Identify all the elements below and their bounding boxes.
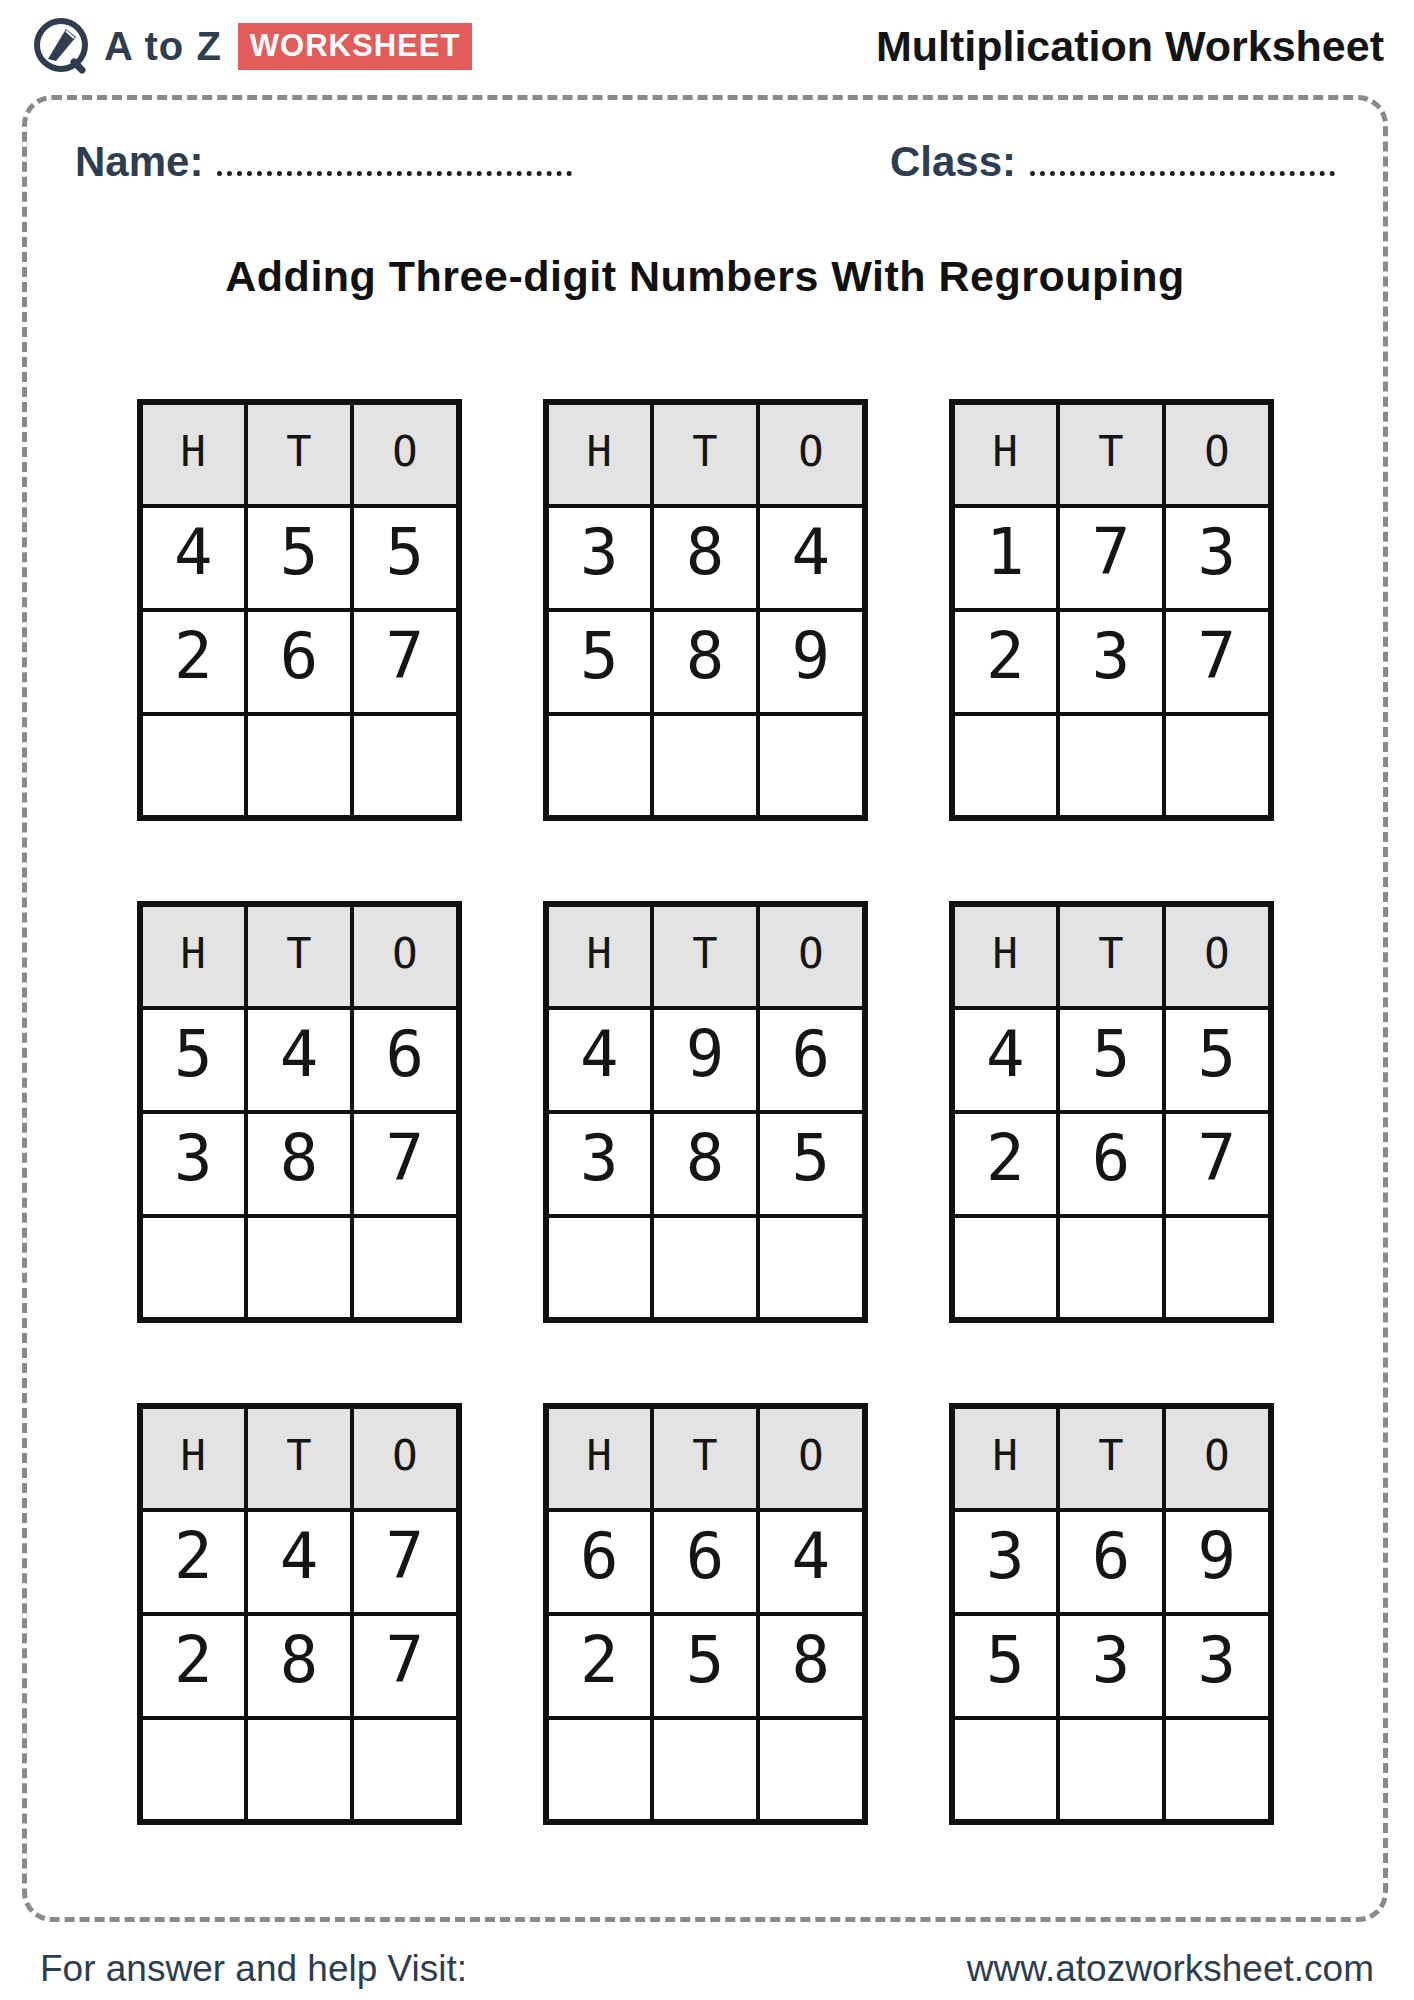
digit-cell: 8 xyxy=(246,1112,352,1216)
addend2-row: 2 5 8 xyxy=(546,1614,865,1718)
digit-cell: 7 xyxy=(352,1614,458,1718)
pen-logo-icon xyxy=(30,15,92,77)
answer-cell[interactable] xyxy=(246,1718,352,1822)
answer-row xyxy=(140,1718,459,1822)
digit-cell: 6 xyxy=(652,1510,758,1614)
digit-cell: 2 xyxy=(952,1112,1058,1216)
answer-cell[interactable] xyxy=(952,1216,1058,1320)
digit-cell: 3 xyxy=(546,1112,652,1216)
digit-cell: 5 xyxy=(352,506,458,610)
header-row: H T O xyxy=(140,1406,459,1510)
hto-addition-table: H T O 6 6 4 2 5 8 xyxy=(543,1403,868,1825)
class-field: Class: xyxy=(890,138,1335,186)
addend2-row: 2 6 7 xyxy=(952,1112,1271,1216)
answer-cell[interactable] xyxy=(140,1216,246,1320)
digit-cell: 7 xyxy=(1164,610,1270,714)
addend1-row: 1 7 3 xyxy=(952,506,1271,610)
addend1-row: 4 5 5 xyxy=(140,506,459,610)
logo-badge: WORKSHEET xyxy=(238,23,473,70)
header-cell-hundreds: H xyxy=(952,904,1058,1008)
digit-cell: 2 xyxy=(140,1614,246,1718)
answer-row xyxy=(546,714,865,818)
digit-cell: 6 xyxy=(1058,1510,1164,1614)
header-cell-hundreds: H xyxy=(546,1406,652,1510)
digit-cell: 3 xyxy=(1058,1614,1164,1718)
digit-cell: 1 xyxy=(952,506,1058,610)
answer-cell[interactable] xyxy=(352,1216,458,1320)
header-cell-tens: T xyxy=(246,402,352,506)
digit-cell: 7 xyxy=(1058,506,1164,610)
class-label: Class: xyxy=(890,138,1016,186)
header-cell-hundreds: H xyxy=(546,904,652,1008)
header-row: H T O xyxy=(546,1406,865,1510)
hto-addition-table: H T O 4 9 6 3 8 5 xyxy=(543,901,868,1323)
header-cell-tens: T xyxy=(652,904,758,1008)
page-title: Multiplication Worksheet xyxy=(876,22,1384,71)
header-cell-ones: O xyxy=(758,904,864,1008)
footer-url[interactable]: www.atozworksheet.com xyxy=(967,1948,1374,1990)
header-cell-hundreds: H xyxy=(952,1406,1058,1510)
digit-cell: 4 xyxy=(246,1008,352,1112)
header-cell-hundreds: H xyxy=(952,402,1058,506)
header-cell-tens: T xyxy=(246,904,352,1008)
digit-cell: 8 xyxy=(652,506,758,610)
hto-addition-table: H T O 1 7 3 2 3 7 xyxy=(949,399,1274,821)
hto-addition-table: H T O 5 4 6 3 8 7 xyxy=(137,901,462,1323)
header-cell-tens: T xyxy=(1058,1406,1164,1510)
name-fill-line[interactable] xyxy=(217,142,572,176)
digit-cell: 2 xyxy=(952,610,1058,714)
hto-addition-table: H T O 2 4 7 2 8 7 xyxy=(137,1403,462,1825)
digit-cell: 3 xyxy=(546,506,652,610)
digit-cell: 5 xyxy=(1164,1008,1270,1112)
addend2-row: 2 3 7 xyxy=(952,610,1271,714)
answer-cell[interactable] xyxy=(952,1718,1058,1822)
digit-cell: 6 xyxy=(352,1008,458,1112)
digit-cell: 5 xyxy=(1058,1008,1164,1112)
digit-cell: 4 xyxy=(246,1510,352,1614)
addend1-row: 2 4 7 xyxy=(140,1510,459,1614)
digit-cell: 3 xyxy=(1164,1614,1270,1718)
answer-cell[interactable] xyxy=(1164,1216,1270,1320)
digit-cell: 7 xyxy=(352,610,458,714)
header-row: H T O xyxy=(952,402,1271,506)
worksheet-title: Adding Three-digit Numbers With Regroupi… xyxy=(27,252,1383,301)
answer-cell[interactable] xyxy=(652,714,758,818)
header-cell-ones: O xyxy=(352,904,458,1008)
atoz-logo: A to Z WORKSHEET xyxy=(30,15,472,77)
problems-grid: H T O 4 5 5 2 6 7 xyxy=(27,399,1383,1825)
answer-cell[interactable] xyxy=(246,1216,352,1320)
answer-cell[interactable] xyxy=(352,714,458,818)
footer: For answer and help Visit: www.atozworks… xyxy=(40,1948,1374,1990)
addend2-row: 2 6 7 xyxy=(140,610,459,714)
header-row: H T O xyxy=(952,1406,1271,1510)
digit-cell: 4 xyxy=(546,1008,652,1112)
digit-cell: 7 xyxy=(1164,1112,1270,1216)
digit-cell: 4 xyxy=(140,506,246,610)
answer-cell[interactable] xyxy=(1058,1718,1164,1822)
header-cell-hundreds: H xyxy=(546,402,652,506)
digit-cell: 8 xyxy=(652,610,758,714)
digit-cell: 9 xyxy=(1164,1510,1270,1614)
class-fill-line[interactable] xyxy=(1030,142,1335,176)
hto-addition-table: H T O 3 6 9 5 3 3 xyxy=(949,1403,1274,1825)
digit-cell: 3 xyxy=(140,1112,246,1216)
addend1-row: 6 6 4 xyxy=(546,1510,865,1614)
header-cell-ones: O xyxy=(1164,1406,1270,1510)
header-row: H T O xyxy=(952,904,1271,1008)
logo-text: A to Z xyxy=(104,24,222,69)
digit-cell: 3 xyxy=(952,1510,1058,1614)
digit-cell: 7 xyxy=(352,1510,458,1614)
header-cell-ones: O xyxy=(1164,402,1270,506)
digit-cell: 2 xyxy=(546,1614,652,1718)
answer-cell[interactable] xyxy=(758,714,864,818)
digit-cell: 2 xyxy=(140,1510,246,1614)
header-row: H T O xyxy=(546,904,865,1008)
header-cell-tens: T xyxy=(652,1406,758,1510)
hto-addition-table: H T O 4 5 5 2 6 7 xyxy=(949,901,1274,1323)
digit-cell: 6 xyxy=(246,610,352,714)
answer-cell[interactable] xyxy=(758,1216,864,1320)
digit-cell: 8 xyxy=(758,1614,864,1718)
digit-cell: 5 xyxy=(246,506,352,610)
answer-cell[interactable] xyxy=(1164,714,1270,818)
answer-cell[interactable] xyxy=(352,1718,458,1822)
addend1-row: 4 5 5 xyxy=(952,1008,1271,1112)
name-field: Name: xyxy=(75,138,572,186)
answer-cell[interactable] xyxy=(1058,714,1164,818)
answer-row xyxy=(952,1718,1271,1822)
digit-cell: 4 xyxy=(758,506,864,610)
digit-cell: 2 xyxy=(140,610,246,714)
answer-cell[interactable] xyxy=(140,1718,246,1822)
digit-cell: 5 xyxy=(140,1008,246,1112)
digit-cell: 8 xyxy=(652,1112,758,1216)
addend2-row: 5 8 9 xyxy=(546,610,865,714)
digit-cell: 6 xyxy=(758,1008,864,1112)
answer-cell[interactable] xyxy=(546,714,652,818)
addend1-row: 3 6 9 xyxy=(952,1510,1271,1614)
addend2-row: 3 8 7 xyxy=(140,1112,459,1216)
answer-row xyxy=(546,1718,865,1822)
header-row: H T O xyxy=(140,904,459,1008)
worksheet-sheet: Name: Class: Adding Three-digit Numbers … xyxy=(22,95,1388,1922)
header-row: H T O xyxy=(546,402,865,506)
digit-cell: 6 xyxy=(1058,1112,1164,1216)
addend2-row: 3 8 5 xyxy=(546,1112,865,1216)
addend1-row: 3 8 4 xyxy=(546,506,865,610)
answer-row xyxy=(546,1216,865,1320)
header-cell-ones: O xyxy=(758,402,864,506)
digit-cell: 4 xyxy=(952,1008,1058,1112)
answer-cell[interactable] xyxy=(652,1718,758,1822)
hto-addition-table: H T O 3 8 4 5 8 9 xyxy=(543,399,868,821)
addend1-row: 4 9 6 xyxy=(546,1008,865,1112)
header-cell-hundreds: H xyxy=(140,402,246,506)
header-cell-tens: T xyxy=(1058,402,1164,506)
digit-cell: 5 xyxy=(952,1614,1058,1718)
header-cell-tens: T xyxy=(652,402,758,506)
header-cell-ones: O xyxy=(352,1406,458,1510)
header-cell-ones: O xyxy=(758,1406,864,1510)
answer-cell[interactable] xyxy=(546,1216,652,1320)
digit-cell: 5 xyxy=(758,1112,864,1216)
answer-cell[interactable] xyxy=(1058,1216,1164,1320)
digit-cell: 7 xyxy=(352,1112,458,1216)
answer-cell[interactable] xyxy=(140,714,246,818)
answer-cell[interactable] xyxy=(546,1718,652,1822)
answer-cell[interactable] xyxy=(246,714,352,818)
name-class-row: Name: Class: xyxy=(27,100,1383,186)
header-cell-hundreds: H xyxy=(140,1406,246,1510)
digit-cell: 6 xyxy=(546,1510,652,1614)
answer-cell[interactable] xyxy=(758,1718,864,1822)
digit-cell: 5 xyxy=(546,610,652,714)
digit-cell: 5 xyxy=(652,1614,758,1718)
top-bar: A to Z WORKSHEET Multiplication Workshee… xyxy=(30,10,1384,82)
header-cell-ones: O xyxy=(1164,904,1270,1008)
digit-cell: 4 xyxy=(758,1510,864,1614)
answer-cell[interactable] xyxy=(1164,1718,1270,1822)
header-row: H T O xyxy=(140,402,459,506)
header-cell-tens: T xyxy=(246,1406,352,1510)
digit-cell: 9 xyxy=(652,1008,758,1112)
digit-cell: 8 xyxy=(246,1614,352,1718)
header-cell-tens: T xyxy=(1058,904,1164,1008)
digit-cell: 3 xyxy=(1164,506,1270,610)
digit-cell: 9 xyxy=(758,610,864,714)
name-label: Name: xyxy=(75,138,203,186)
addend1-row: 5 4 6 xyxy=(140,1008,459,1112)
addend2-row: 5 3 3 xyxy=(952,1614,1271,1718)
answer-cell[interactable] xyxy=(952,714,1058,818)
header-cell-hundreds: H xyxy=(140,904,246,1008)
footer-help-text: For answer and help Visit: xyxy=(40,1948,467,1990)
answer-cell[interactable] xyxy=(652,1216,758,1320)
answer-row xyxy=(140,714,459,818)
answer-row xyxy=(952,714,1271,818)
answer-row xyxy=(140,1216,459,1320)
answer-row xyxy=(952,1216,1271,1320)
addend2-row: 2 8 7 xyxy=(140,1614,459,1718)
hto-addition-table: H T O 4 5 5 2 6 7 xyxy=(137,399,462,821)
digit-cell: 3 xyxy=(1058,610,1164,714)
header-cell-ones: O xyxy=(352,402,458,506)
